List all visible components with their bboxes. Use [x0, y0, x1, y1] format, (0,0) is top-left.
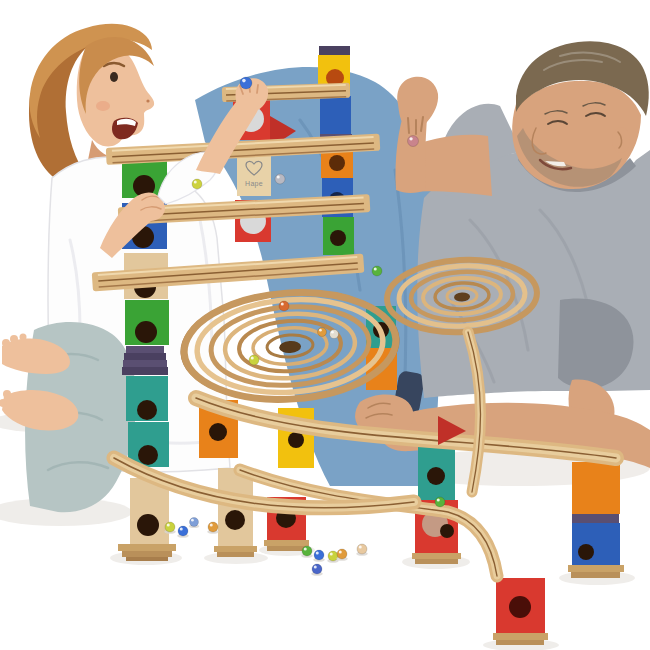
marble — [314, 550, 324, 560]
bottom-red-block-center — [493, 578, 548, 645]
marble — [318, 328, 327, 337]
marble — [275, 174, 285, 184]
marble — [408, 136, 419, 147]
marble — [249, 355, 259, 365]
photo-canvas: Hape — [0, 0, 650, 650]
purple-step-tiles — [122, 346, 168, 375]
hape-logo-text: Hape — [245, 180, 263, 188]
marble — [328, 551, 338, 561]
orange-blue-column — [568, 462, 624, 578]
marble — [178, 526, 188, 536]
marble — [302, 546, 312, 556]
marble — [192, 179, 202, 189]
marble — [312, 564, 322, 574]
marble — [435, 497, 445, 507]
marble — [240, 77, 252, 89]
marble — [337, 549, 347, 559]
marble — [190, 518, 199, 527]
man-pinch-hand — [397, 77, 438, 129]
marble — [330, 330, 339, 339]
left-tower-base — [118, 544, 176, 561]
marble — [372, 266, 382, 276]
marble — [357, 544, 367, 554]
marble — [165, 522, 175, 532]
marble — [208, 522, 218, 532]
scene-svg: Hape — [0, 0, 650, 650]
marble — [279, 301, 289, 311]
